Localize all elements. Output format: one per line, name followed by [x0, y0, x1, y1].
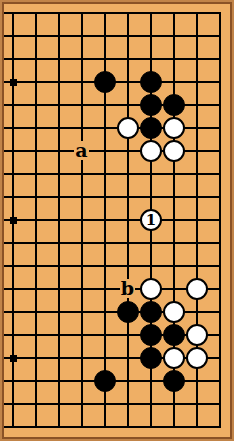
point-label-a: a — [74, 141, 89, 160]
white-stone — [186, 278, 208, 300]
black-stone — [163, 94, 185, 116]
white-stone — [163, 117, 185, 139]
black-stone — [140, 117, 162, 139]
white-stone — [140, 278, 162, 300]
white-stone — [140, 140, 162, 162]
black-stone — [140, 71, 162, 93]
white-stone — [163, 347, 185, 369]
point-label-b: b — [120, 279, 135, 298]
black-stone — [163, 324, 185, 346]
black-stone — [140, 347, 162, 369]
black-stone — [94, 370, 116, 392]
grid-line-vertical — [35, 12, 37, 428]
star-point — [10, 217, 17, 224]
grid-line-vertical — [81, 12, 83, 428]
black-stone — [163, 370, 185, 392]
white-stone — [117, 117, 139, 139]
star-point — [10, 79, 17, 86]
black-stone — [140, 324, 162, 346]
black-stone — [140, 301, 162, 323]
white-stone — [186, 324, 208, 346]
black-stone — [140, 94, 162, 116]
black-stone — [117, 301, 139, 323]
star-point — [10, 355, 17, 362]
white-stone — [186, 347, 208, 369]
move-number-1: 1 — [140, 209, 162, 231]
white-stone — [163, 140, 185, 162]
grid-line-vertical — [219, 12, 221, 428]
black-stone — [94, 71, 116, 93]
go-diagram: 1ab — [0, 0, 234, 441]
grid-line-vertical — [127, 12, 129, 428]
grid-line-vertical — [58, 12, 60, 428]
go-board: 1ab — [0, 0, 234, 441]
white-stone — [163, 301, 185, 323]
